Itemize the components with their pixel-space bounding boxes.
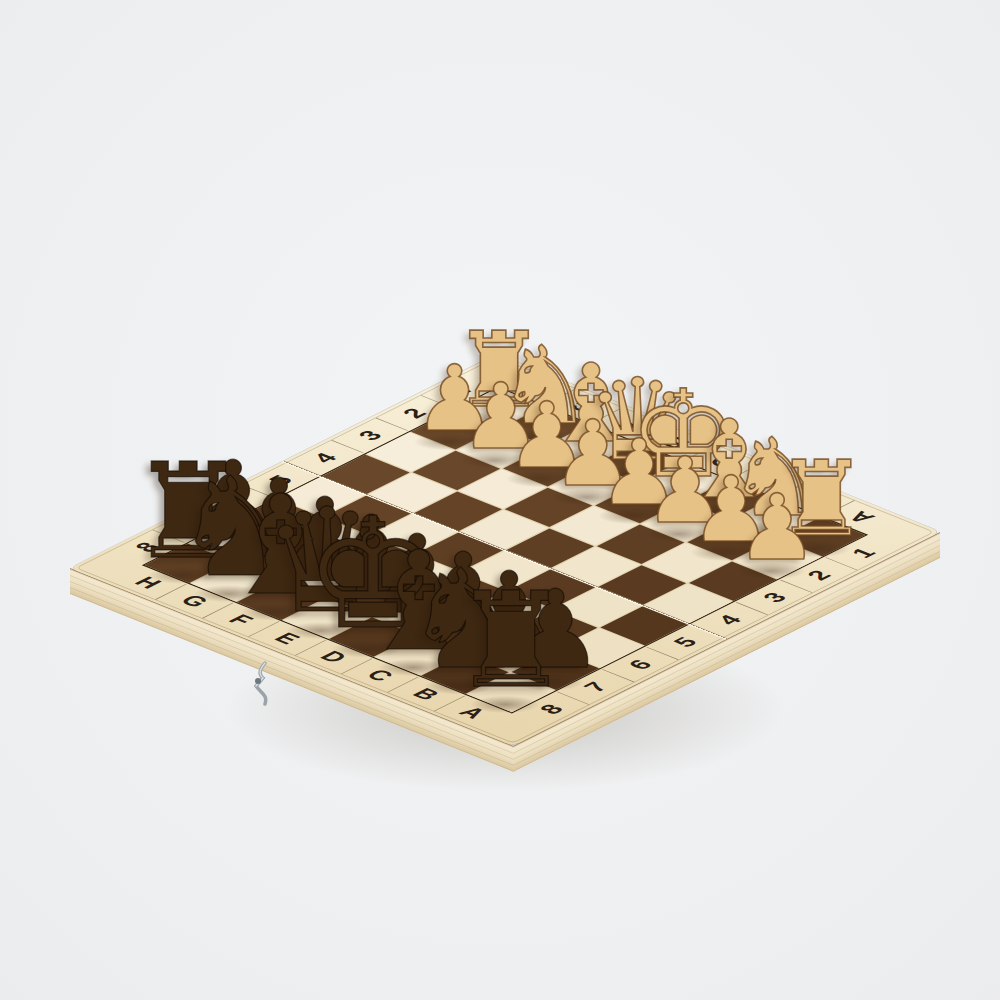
dark-rook-icon[interactable]: ♜ — [361, 574, 661, 706]
square-a2[interactable]: ♟ — [733, 539, 821, 578]
light-pawn-icon[interactable]: ♟ — [627, 482, 927, 573]
latch-icon — [249, 659, 283, 711]
rank-label-3: 3 — [758, 590, 791, 604]
square-a8[interactable]: ♜ — [467, 673, 555, 712]
product-photo-scene: HGFEDCBA HGFEDCBA 12345678 12345678 ♜♞♝♛… — [0, 0, 1000, 1000]
rank-label-4: 4 — [713, 613, 746, 627]
